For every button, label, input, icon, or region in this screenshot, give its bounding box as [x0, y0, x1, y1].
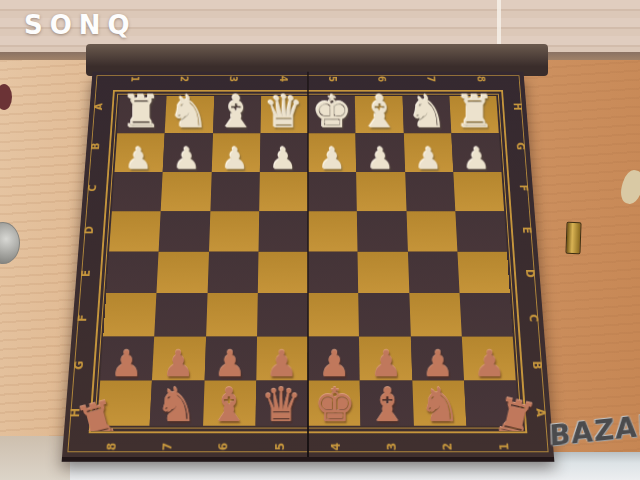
black-rook[interactable]: ♜ [70, 392, 122, 448]
coordinate-label: E [80, 270, 92, 277]
coordinate-label: 4 [278, 76, 289, 82]
coordinate-label: B [531, 361, 543, 369]
square[interactable]: ♟ [403, 133, 453, 171]
coordinate-label: 3 [386, 443, 398, 451]
square[interactable]: ♝ [203, 380, 256, 425]
square[interactable] [161, 172, 211, 211]
white-bishop[interactable]: ♝ [216, 90, 256, 135]
square[interactable] [308, 172, 357, 211]
square[interactable]: ♞ [412, 380, 466, 425]
square[interactable] [356, 172, 406, 211]
coordinate-label: 5 [274, 443, 286, 451]
white-pawn[interactable]: ♟ [416, 143, 443, 173]
coordinate-label: 6 [377, 76, 388, 82]
square[interactable] [103, 293, 156, 336]
coordinate-label: G [515, 143, 526, 151]
black-king[interactable]: ♚ [314, 381, 356, 428]
square[interactable]: ♟ [308, 336, 360, 380]
square[interactable]: ♝ [355, 96, 403, 133]
coordinate-label: 5 [327, 76, 338, 82]
white-king[interactable]: ♚ [312, 90, 352, 135]
square[interactable]: ♜ [97, 380, 152, 425]
square[interactable] [308, 211, 358, 252]
coordinate-label: B [90, 143, 101, 150]
square[interactable] [406, 211, 457, 252]
square[interactable] [459, 293, 512, 336]
square[interactable]: ♟ [356, 133, 405, 171]
scene: ♜♞♝♛♚♝♞♜♟♟♟♟♟♟♟♟♟♟♟♟♟♟♟♟♜♞♝♛♚♝♞♜ ABCDEFG… [0, 0, 640, 480]
square[interactable]: ♛ [260, 96, 308, 133]
square[interactable] [258, 252, 308, 294]
white-knight[interactable]: ♞ [407, 90, 447, 135]
board-fold-seam [307, 72, 309, 457]
chess-board-wrap: ♜♞♝♛♚♝♞♜♟♟♟♟♟♟♟♟♟♟♟♟♟♟♟♟♜♞♝♛♚♝♞♜ ABCDEFG… [62, 55, 554, 457]
white-queen[interactable]: ♛ [264, 90, 304, 135]
chess-board: ♜♞♝♛♚♝♞♜♟♟♟♟♟♟♟♟♟♟♟♟♟♟♟♟♜♞♝♛♚♝♞♜ ABCDEFG… [62, 72, 554, 457]
square[interactable]: ♝ [213, 96, 261, 133]
coordinate-label: 4 [330, 443, 342, 451]
square[interactable]: ♟ [462, 336, 516, 380]
square[interactable]: ♞ [150, 380, 204, 425]
white-knight[interactable]: ♞ [169, 90, 209, 135]
square[interactable] [210, 172, 260, 211]
square[interactable]: ♟ [256, 336, 308, 380]
square[interactable] [206, 293, 258, 336]
square[interactable]: ♟ [410, 336, 463, 380]
black-knight[interactable]: ♞ [155, 381, 197, 428]
square[interactable]: ♟ [260, 133, 308, 171]
black-bishop[interactable]: ♝ [208, 381, 250, 428]
sonq-watermark: SONQ [24, 10, 137, 40]
coordinate-label: 3 [229, 76, 240, 82]
square[interactable] [405, 172, 455, 211]
coordinate-label: D [83, 226, 95, 234]
coordinate-label: 8 [106, 443, 118, 451]
black-queen[interactable]: ♛ [261, 381, 303, 428]
black-bishop[interactable]: ♝ [366, 381, 408, 428]
square[interactable] [109, 211, 161, 252]
white-pawn[interactable]: ♟ [464, 143, 491, 173]
square[interactable]: ♟ [204, 336, 257, 380]
square[interactable]: ♜ [449, 96, 499, 133]
coordinate-label: 7 [426, 76, 437, 82]
white-pawn[interactable]: ♟ [367, 143, 394, 173]
square[interactable] [257, 293, 308, 336]
square[interactable]: ♚ [308, 96, 356, 133]
coordinate-label: E [521, 227, 533, 234]
square[interactable] [159, 211, 210, 252]
coordinate-label: A [93, 103, 104, 110]
black-knight[interactable]: ♞ [419, 381, 461, 428]
square[interactable] [157, 252, 209, 294]
white-pawn[interactable]: ♟ [174, 143, 201, 173]
white-rook[interactable]: ♜ [455, 90, 495, 135]
black-pawn[interactable]: ♟ [474, 346, 506, 382]
coordinate-label: 2 [179, 76, 190, 82]
white-pawn[interactable]: ♟ [125, 143, 152, 173]
square[interactable] [409, 293, 462, 336]
coordinate-label: C [87, 184, 98, 191]
square[interactable] [358, 252, 409, 294]
coordinate-label: 2 [442, 443, 454, 451]
square[interactable] [455, 211, 507, 252]
square[interactable] [207, 252, 258, 294]
square[interactable] [259, 172, 308, 211]
square[interactable] [106, 252, 159, 294]
square[interactable]: ♞ [402, 96, 451, 133]
coordinate-label: D [524, 269, 536, 277]
coordinate-label: F [518, 184, 529, 191]
square[interactable]: ♝ [360, 380, 413, 425]
coordinate-label: H [512, 103, 523, 111]
coordinate-label: 7 [162, 443, 174, 451]
coordinate-label: 6 [218, 443, 230, 451]
square[interactable] [308, 252, 358, 294]
square[interactable] [407, 252, 459, 294]
wall-highlight-line [497, 0, 501, 50]
white-pawn[interactable]: ♟ [270, 143, 297, 173]
square[interactable] [358, 293, 410, 336]
coordinate-label: 1 [498, 443, 510, 451]
white-rook[interactable]: ♜ [121, 90, 161, 135]
square[interactable]: ♜ [464, 380, 519, 425]
square[interactable] [258, 211, 308, 252]
coordinate-label: G [73, 360, 85, 369]
square[interactable]: ♟ [100, 336, 154, 380]
square[interactable] [112, 172, 163, 211]
coordinate-label: A [534, 408, 546, 417]
square[interactable]: ♟ [115, 133, 165, 171]
brass-clasp [565, 222, 581, 255]
white-pawn[interactable]: ♟ [222, 143, 249, 173]
coordinate-label: F [77, 315, 89, 322]
white-pawn[interactable]: ♟ [319, 143, 346, 173]
white-bishop[interactable]: ♝ [360, 90, 400, 135]
coordinate-label: C [527, 315, 539, 323]
square[interactable] [357, 211, 407, 252]
square[interactable] [453, 172, 504, 211]
coordinate-label: H [69, 408, 82, 417]
square[interactable]: ♟ [211, 133, 260, 171]
square[interactable] [154, 293, 207, 336]
square[interactable] [209, 211, 259, 252]
square[interactable]: ♛ [255, 380, 308, 425]
floor-strip-left [0, 436, 70, 480]
coordinate-label: 8 [475, 76, 486, 82]
black-pawn[interactable]: ♟ [110, 346, 142, 382]
square[interactable]: ♞ [165, 96, 214, 133]
square[interactable]: ♚ [308, 380, 361, 425]
square[interactable]: ♜ [117, 96, 167, 133]
square[interactable] [457, 252, 510, 294]
square[interactable]: ♟ [451, 133, 501, 171]
square[interactable]: ♟ [152, 336, 205, 380]
square[interactable] [308, 293, 359, 336]
coordinate-label: 1 [130, 76, 141, 82]
square[interactable]: ♟ [359, 336, 412, 380]
square[interactable]: ♟ [163, 133, 213, 171]
square[interactable]: ♟ [308, 133, 356, 171]
